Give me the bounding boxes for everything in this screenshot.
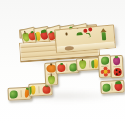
flower-icon bbox=[103, 70, 107, 74]
tomato-icon bbox=[42, 85, 50, 93]
domino-tile[interactable] bbox=[100, 80, 125, 94]
box-sliding-lid[interactable] bbox=[54, 25, 114, 53]
lettuce-icon bbox=[10, 90, 18, 98]
tomato-icon bbox=[57, 63, 65, 71]
beet-icon bbox=[113, 57, 120, 65]
tile-divider bbox=[113, 66, 120, 67]
domino-chain bbox=[4, 53, 125, 103]
brand-stamp-icon bbox=[65, 46, 74, 51]
tile-divider bbox=[112, 83, 113, 90]
pear-icon bbox=[48, 75, 55, 84]
lettuce-icon bbox=[100, 56, 108, 64]
pear-icon bbox=[79, 60, 86, 69]
tile-divider bbox=[67, 64, 68, 71]
corn-icon bbox=[31, 85, 36, 94]
tile-divider bbox=[101, 66, 108, 67]
tile-divider bbox=[20, 90, 21, 97]
product-photo-stage bbox=[0, 0, 125, 125]
tile-divider bbox=[89, 61, 90, 68]
lettuce-icon bbox=[102, 83, 110, 91]
strawberry-icon bbox=[114, 82, 122, 90]
ladybug-icon bbox=[113, 68, 121, 76]
tile-divider bbox=[38, 86, 39, 93]
domino-tile[interactable] bbox=[110, 55, 124, 79]
domino-tile[interactable] bbox=[76, 57, 101, 71]
